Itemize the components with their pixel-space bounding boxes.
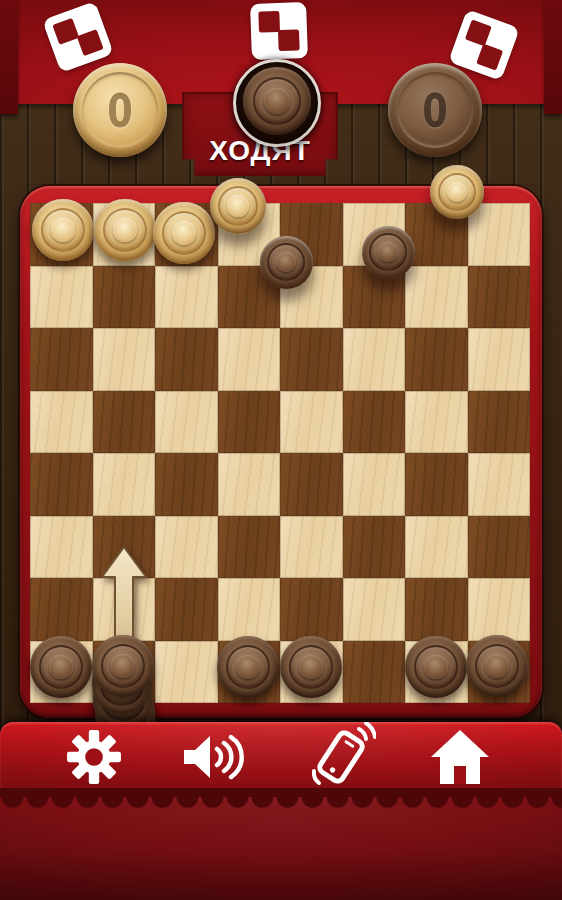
emblem-square	[258, 11, 280, 33]
square-r2c2[interactable]	[93, 266, 156, 329]
square-r3c4[interactable]	[218, 328, 281, 391]
square-r4c1[interactable]	[30, 391, 93, 454]
scallop-edge-decoration	[0, 788, 562, 810]
square-r6c5[interactable]	[280, 516, 343, 579]
square-r3c2[interactable]	[93, 328, 156, 391]
checker-knob	[378, 242, 398, 262]
checker-light-flying[interactable]	[430, 165, 484, 219]
square-r4c5[interactable]	[280, 391, 343, 454]
checker-light-r1c1[interactable]	[32, 199, 94, 261]
header-tab-left	[0, 0, 18, 114]
home-button[interactable]	[425, 722, 495, 792]
checker-light-r1c2[interactable]	[94, 199, 156, 261]
square-r5c3[interactable]	[155, 453, 218, 516]
checker-dark-r8c1[interactable]	[30, 636, 92, 698]
square-r7c3[interactable]	[155, 578, 218, 641]
checker-dark-flying[interactable]	[260, 236, 313, 289]
square-r1c8[interactable]	[468, 203, 531, 266]
square-r4c6[interactable]	[343, 391, 406, 454]
square-r2c3[interactable]	[155, 266, 218, 329]
checker-dark-r8c4[interactable]	[217, 636, 279, 698]
emblem-square	[465, 19, 492, 46]
checker-dark-flying[interactable]	[362, 226, 415, 279]
checker-dark-r8c2[interactable]	[92, 635, 154, 697]
square-r6c8[interactable]	[468, 516, 531, 579]
square-r7c8[interactable]	[468, 578, 531, 641]
turn-indicator-dark-piece	[233, 59, 321, 147]
checker-knob	[49, 655, 73, 679]
settings-gear-icon	[66, 729, 122, 785]
square-r4c2[interactable]	[93, 391, 156, 454]
emblem-square	[278, 29, 300, 51]
square-r3c8[interactable]	[468, 328, 531, 391]
square-r5c8[interactable]	[468, 453, 531, 516]
square-r2c1[interactable]	[30, 266, 93, 329]
square-r2c8[interactable]	[468, 266, 531, 329]
square-r8c6[interactable]	[343, 641, 406, 704]
sound-button[interactable]	[179, 722, 249, 792]
square-r6c4[interactable]	[218, 516, 281, 579]
checker-knob	[299, 655, 323, 679]
checker-knob	[276, 252, 296, 272]
square-r7c6[interactable]	[343, 578, 406, 641]
square-r5c7[interactable]	[405, 453, 468, 516]
header-tab-right	[544, 0, 562, 114]
bottom-toolbar	[0, 722, 562, 792]
square-r2c7[interactable]	[405, 266, 468, 329]
checker-knob	[485, 654, 509, 678]
checkerboard-emblem-icon	[250, 2, 308, 60]
square-r5c6[interactable]	[343, 453, 406, 516]
square-r5c4[interactable]	[218, 453, 281, 516]
square-r8c3[interactable]	[155, 641, 218, 704]
square-r6c1[interactable]	[30, 516, 93, 579]
square-r7c7[interactable]	[405, 578, 468, 641]
square-r5c1[interactable]	[30, 453, 93, 516]
checker-light-flying[interactable]	[210, 178, 266, 234]
checker-knob	[51, 218, 75, 242]
square-r3c7[interactable]	[405, 328, 468, 391]
emblem-square	[52, 18, 79, 45]
square-r3c3[interactable]	[155, 328, 218, 391]
dark-captured-counter: 0	[388, 63, 482, 157]
settings-button[interactable]	[59, 722, 129, 792]
checker-knob	[236, 655, 260, 679]
square-r4c7[interactable]	[405, 391, 468, 454]
vibrate-phone-icon	[306, 722, 376, 792]
app-screen: ХОДЯТ 0 0	[0, 0, 562, 900]
sound-speaker-icon	[182, 733, 246, 781]
square-r7c5[interactable]	[280, 578, 343, 641]
square-r4c8[interactable]	[468, 391, 531, 454]
square-r3c5[interactable]	[280, 328, 343, 391]
checker-knob	[113, 218, 137, 242]
checker-knob	[172, 221, 196, 245]
square-r6c3[interactable]	[155, 516, 218, 579]
square-r7c1[interactable]	[30, 578, 93, 641]
square-r4c4[interactable]	[218, 391, 281, 454]
light-captured-counter: 0	[73, 63, 167, 157]
vibrate-button[interactable]	[306, 722, 376, 792]
turn-indicator-checker	[243, 67, 311, 135]
square-r4c3[interactable]	[155, 391, 218, 454]
checker-dark-r8c8[interactable]	[466, 635, 528, 697]
checker-light-r1c3[interactable]	[153, 202, 215, 264]
square-r3c6[interactable]	[343, 328, 406, 391]
square-r5c2[interactable]	[93, 453, 156, 516]
square-r6c6[interactable]	[343, 516, 406, 579]
square-r7c4[interactable]	[218, 578, 281, 641]
dark-captured-count: 0	[398, 63, 471, 157]
home-icon	[430, 729, 490, 785]
square-r5c5[interactable]	[280, 453, 343, 516]
light-captured-count: 0	[83, 63, 156, 157]
checker-knob	[111, 654, 135, 678]
checker-dark-r8c5[interactable]	[280, 636, 342, 698]
checker-knob	[424, 655, 448, 679]
emblem-square	[476, 44, 503, 71]
square-r6c7[interactable]	[405, 516, 468, 579]
checker-knob	[227, 195, 248, 216]
square-r3c1[interactable]	[30, 328, 93, 391]
checker-dark-r8c7[interactable]	[405, 636, 467, 698]
checker-knob	[264, 88, 290, 114]
emblem-square	[77, 29, 104, 56]
